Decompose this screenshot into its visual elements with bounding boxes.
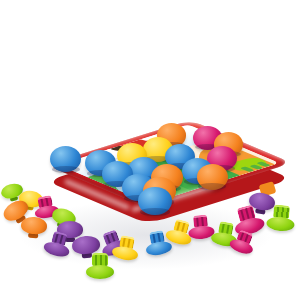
loose-peg-green[interactable] (266, 204, 296, 232)
peg-cap (145, 240, 173, 257)
pegs-layer (0, 0, 300, 300)
board-peg-blue[interactable] (138, 187, 172, 216)
peg-cap (42, 240, 70, 259)
loose-peg-blue[interactable] (143, 229, 173, 257)
board-peg-blue[interactable] (50, 146, 81, 172)
loose-peg-orange[interactable] (20, 213, 48, 239)
peg-cap (20, 216, 47, 235)
peg-stem (92, 253, 108, 266)
loose-peg-yellow[interactable] (111, 234, 141, 262)
board-peg-orange[interactable] (197, 164, 228, 190)
peg-cap (266, 216, 295, 232)
loose-peg-green[interactable] (86, 253, 114, 279)
loose-peg-purple[interactable] (42, 229, 73, 259)
peg-cap (111, 245, 139, 262)
peg-cap (71, 235, 100, 255)
peg-cap (86, 265, 114, 279)
scene (0, 0, 300, 300)
